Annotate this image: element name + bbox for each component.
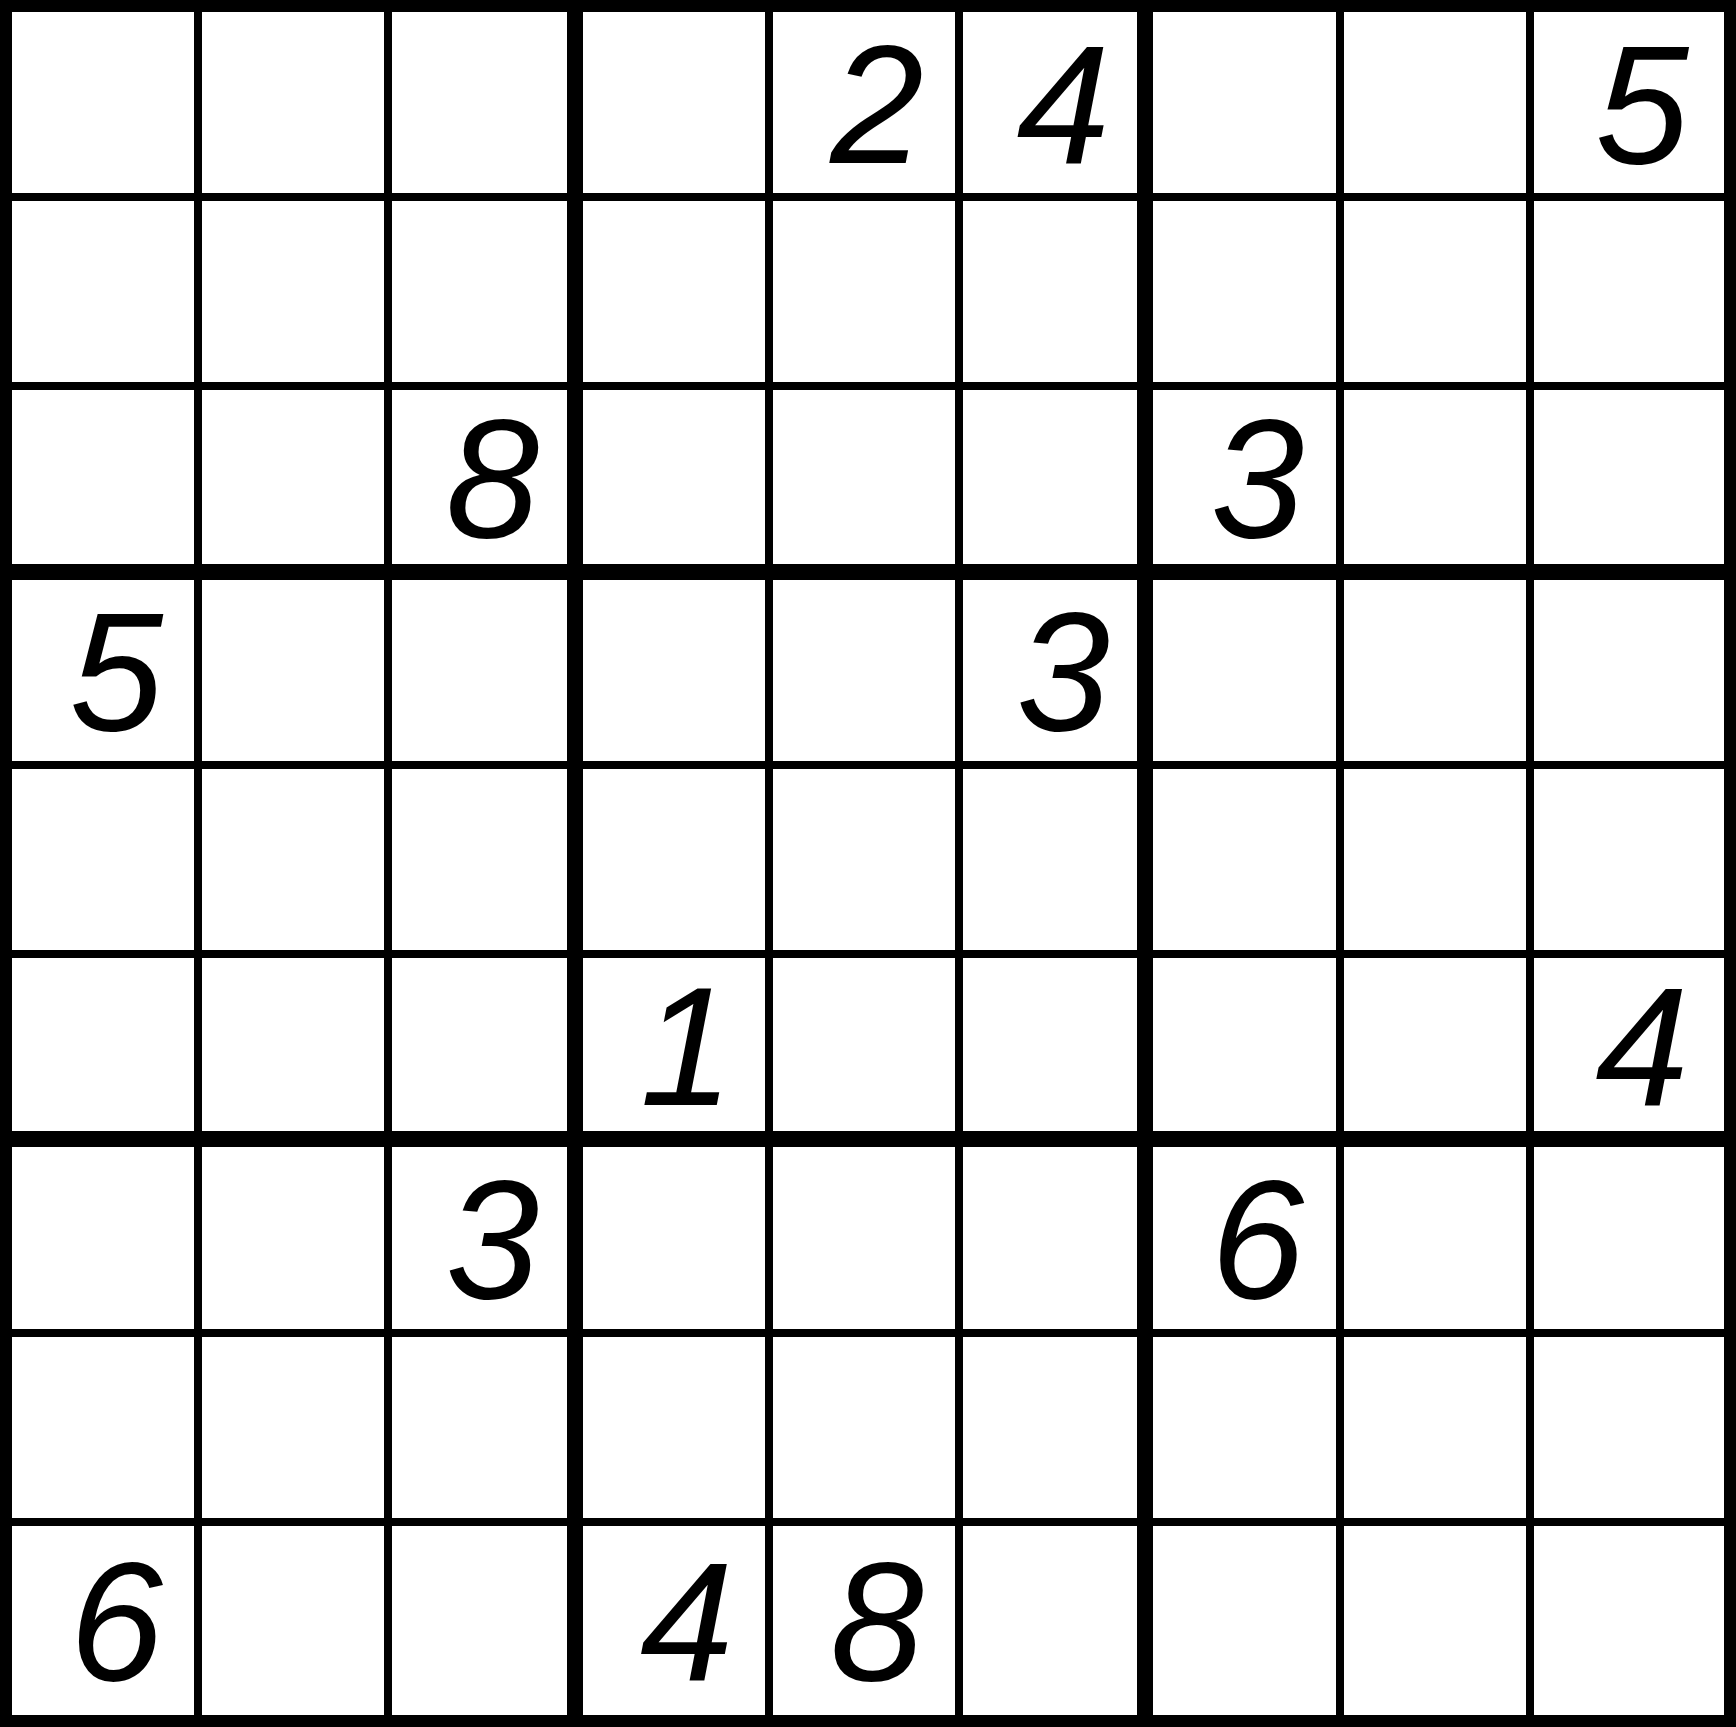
given-digit: 5 bbox=[69, 588, 162, 756]
given-digit: 4 bbox=[1017, 21, 1110, 189]
cell-r5c2[interactable] bbox=[202, 769, 392, 958]
cell-r7c5[interactable] bbox=[773, 1147, 963, 1336]
cell-r1c8[interactable] bbox=[1344, 12, 1534, 201]
cell-r9c9[interactable] bbox=[1534, 1526, 1724, 1715]
cell-r7c3[interactable]: 3 bbox=[392, 1147, 582, 1336]
cell-r1c7[interactable] bbox=[1153, 12, 1343, 201]
cell-r2c2[interactable] bbox=[202, 201, 392, 390]
cell-r8c1[interactable] bbox=[12, 1337, 202, 1526]
cell-r3c5[interactable] bbox=[773, 390, 963, 579]
cell-r8c3[interactable] bbox=[392, 1337, 582, 1526]
given-digit: 6 bbox=[69, 1538, 162, 1706]
cell-r3c7[interactable]: 3 bbox=[1153, 390, 1343, 579]
cell-r5c9[interactable] bbox=[1534, 769, 1724, 958]
cell-r2c5[interactable] bbox=[773, 201, 963, 390]
cell-r6c6[interactable] bbox=[963, 958, 1153, 1147]
cell-r7c2[interactable] bbox=[202, 1147, 392, 1336]
cell-r5c4[interactable] bbox=[583, 769, 773, 958]
cell-r8c9[interactable] bbox=[1534, 1337, 1724, 1526]
cell-r4c2[interactable] bbox=[202, 580, 392, 769]
cell-r4c7[interactable] bbox=[1153, 580, 1343, 769]
cell-r5c1[interactable] bbox=[12, 769, 202, 958]
cell-r8c7[interactable] bbox=[1153, 1337, 1343, 1526]
cell-r7c7[interactable]: 6 bbox=[1153, 1147, 1343, 1336]
cell-r2c4[interactable] bbox=[583, 201, 773, 390]
cell-r7c6[interactable] bbox=[963, 1147, 1153, 1336]
given-digit: 2 bbox=[830, 21, 923, 189]
cell-r8c8[interactable] bbox=[1344, 1337, 1534, 1526]
given-digit: 3 bbox=[1211, 395, 1304, 563]
cell-r9c5[interactable]: 8 bbox=[773, 1526, 963, 1715]
cell-r5c8[interactable] bbox=[1344, 769, 1534, 958]
cell-r1c6[interactable]: 4 bbox=[963, 12, 1153, 201]
cell-r5c7[interactable] bbox=[1153, 769, 1343, 958]
cell-r8c6[interactable] bbox=[963, 1337, 1153, 1526]
cell-r9c3[interactable] bbox=[392, 1526, 582, 1715]
cell-r6c4[interactable]: 1 bbox=[583, 958, 773, 1147]
cell-r2c8[interactable] bbox=[1344, 201, 1534, 390]
cell-r2c3[interactable] bbox=[392, 201, 582, 390]
cell-r3c4[interactable] bbox=[583, 390, 773, 579]
cell-r7c8[interactable] bbox=[1344, 1147, 1534, 1336]
cell-r9c4[interactable]: 4 bbox=[583, 1526, 773, 1715]
cell-r6c3[interactable] bbox=[392, 958, 582, 1147]
cell-r6c8[interactable] bbox=[1344, 958, 1534, 1147]
given-digit: 6 bbox=[1211, 1156, 1304, 1324]
given-digit: 5 bbox=[1595, 21, 1688, 189]
given-digit: 1 bbox=[640, 963, 733, 1131]
cell-r3c3[interactable]: 8 bbox=[392, 390, 582, 579]
cell-r3c2[interactable] bbox=[202, 390, 392, 579]
cell-r6c7[interactable] bbox=[1153, 958, 1343, 1147]
cell-r3c9[interactable] bbox=[1534, 390, 1724, 579]
cell-r9c1[interactable]: 6 bbox=[12, 1526, 202, 1715]
cell-r5c6[interactable] bbox=[963, 769, 1153, 958]
cell-r6c5[interactable] bbox=[773, 958, 963, 1147]
cell-r4c6[interactable]: 3 bbox=[963, 580, 1153, 769]
cell-r4c4[interactable] bbox=[583, 580, 773, 769]
cell-r2c1[interactable] bbox=[12, 201, 202, 390]
cell-r5c3[interactable] bbox=[392, 769, 582, 958]
sudoku-board: 24583531436648 bbox=[0, 0, 1736, 1727]
cell-r9c8[interactable] bbox=[1344, 1526, 1534, 1715]
cell-r1c9[interactable]: 5 bbox=[1534, 12, 1724, 201]
cell-r4c3[interactable] bbox=[392, 580, 582, 769]
cell-r3c1[interactable] bbox=[12, 390, 202, 579]
cell-r9c2[interactable] bbox=[202, 1526, 392, 1715]
cell-r4c5[interactable] bbox=[773, 580, 963, 769]
cell-r1c5[interactable]: 2 bbox=[773, 12, 963, 201]
cell-r2c6[interactable] bbox=[963, 201, 1153, 390]
cell-r6c2[interactable] bbox=[202, 958, 392, 1147]
cell-r4c8[interactable] bbox=[1344, 580, 1534, 769]
cell-r1c1[interactable] bbox=[12, 12, 202, 201]
cell-r7c1[interactable] bbox=[12, 1147, 202, 1336]
cell-r1c4[interactable] bbox=[583, 12, 773, 201]
given-digit: 3 bbox=[1017, 588, 1110, 756]
cell-r7c9[interactable] bbox=[1534, 1147, 1724, 1336]
cell-r6c1[interactable] bbox=[12, 958, 202, 1147]
cell-r1c2[interactable] bbox=[202, 12, 392, 201]
cell-r3c8[interactable] bbox=[1344, 390, 1534, 579]
cell-r7c4[interactable] bbox=[583, 1147, 773, 1336]
given-digit: 4 bbox=[1595, 963, 1688, 1131]
cell-r8c5[interactable] bbox=[773, 1337, 963, 1526]
cell-r9c7[interactable] bbox=[1153, 1526, 1343, 1715]
cell-r9c6[interactable] bbox=[963, 1526, 1153, 1715]
cell-r5c5[interactable] bbox=[773, 769, 963, 958]
cell-r3c6[interactable] bbox=[963, 390, 1153, 579]
cell-r1c3[interactable] bbox=[392, 12, 582, 201]
cell-r2c7[interactable] bbox=[1153, 201, 1343, 390]
given-digit: 3 bbox=[446, 1156, 539, 1324]
given-digit: 8 bbox=[830, 1538, 923, 1706]
cell-r8c4[interactable] bbox=[583, 1337, 773, 1526]
given-digit: 4 bbox=[640, 1538, 733, 1706]
cell-r6c9[interactable]: 4 bbox=[1534, 958, 1724, 1147]
cell-r4c9[interactable] bbox=[1534, 580, 1724, 769]
cell-r4c1[interactable]: 5 bbox=[12, 580, 202, 769]
given-digit: 8 bbox=[446, 395, 539, 563]
cell-r8c2[interactable] bbox=[202, 1337, 392, 1526]
cell-r2c9[interactable] bbox=[1534, 201, 1724, 390]
